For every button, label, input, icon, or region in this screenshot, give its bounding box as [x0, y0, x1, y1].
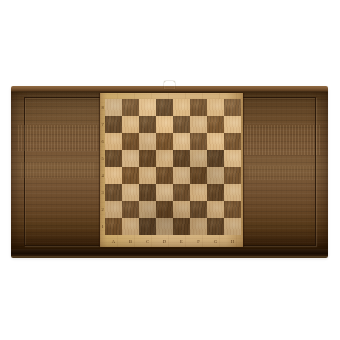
square-d7 — [156, 116, 173, 133]
square-e6 — [173, 133, 190, 150]
square-d8 — [156, 99, 173, 116]
square-c4 — [139, 167, 156, 184]
square-a7 — [105, 116, 122, 133]
brass-clasp-icon — [164, 81, 175, 89]
rank-label: 5 — [100, 151, 105, 166]
square-e3 — [173, 184, 190, 201]
square-b6 — [122, 133, 139, 150]
square-h7 — [224, 116, 241, 133]
file-label: F — [191, 237, 206, 246]
square-c7 — [139, 116, 156, 133]
square-f3 — [190, 184, 207, 201]
square-a4 — [105, 167, 122, 184]
chessboard-panel: 87654321 ABCDEFGH — [100, 93, 243, 247]
chess-board — [105, 99, 241, 235]
square-c2 — [139, 201, 156, 218]
square-f5 — [190, 150, 207, 167]
rank-label: 1 — [100, 219, 105, 234]
square-g3 — [207, 184, 224, 201]
square-g8 — [207, 99, 224, 116]
case-bottom-edge — [11, 249, 328, 258]
square-g6 — [207, 133, 224, 150]
square-a5 — [105, 150, 122, 167]
square-b8 — [122, 99, 139, 116]
square-d4 — [156, 167, 173, 184]
square-a8 — [105, 99, 122, 116]
square-b2 — [122, 201, 139, 218]
square-f4 — [190, 167, 207, 184]
square-e8 — [173, 99, 190, 116]
case-lid-face: 87654321 ABCDEFGH — [11, 92, 328, 249]
file-label: D — [157, 237, 172, 246]
square-h6 — [224, 133, 241, 150]
square-g7 — [207, 116, 224, 133]
square-b1 — [122, 218, 139, 235]
square-h5 — [224, 150, 241, 167]
square-d2 — [156, 201, 173, 218]
square-a6 — [105, 133, 122, 150]
square-a2 — [105, 201, 122, 218]
square-g1 — [207, 218, 224, 235]
square-d1 — [156, 218, 173, 235]
square-f8 — [190, 99, 207, 116]
square-b5 — [122, 150, 139, 167]
square-b7 — [122, 116, 139, 133]
square-c6 — [139, 133, 156, 150]
file-labels: ABCDEFGH — [105, 236, 241, 246]
square-d3 — [156, 184, 173, 201]
wooden-case: 87654321 ABCDEFGH — [11, 86, 328, 258]
wood-grain-scratches — [18, 125, 98, 151]
file-label: E — [174, 237, 189, 246]
square-b3 — [122, 184, 139, 201]
square-g2 — [207, 201, 224, 218]
square-h2 — [224, 201, 241, 218]
square-e5 — [173, 150, 190, 167]
square-h1 — [224, 218, 241, 235]
file-label: G — [208, 237, 223, 246]
square-e4 — [173, 167, 190, 184]
square-c8 — [139, 99, 156, 116]
square-d5 — [156, 150, 173, 167]
square-f6 — [190, 133, 207, 150]
file-label: H — [225, 237, 240, 246]
square-b4 — [122, 167, 139, 184]
wood-grain-scratches — [249, 166, 315, 180]
square-h4 — [224, 167, 241, 184]
square-g4 — [207, 167, 224, 184]
rank-label: 6 — [100, 134, 105, 149]
square-f2 — [190, 201, 207, 218]
wood-grain-scratches — [21, 162, 95, 178]
rank-label: 8 — [100, 100, 105, 115]
square-c3 — [139, 184, 156, 201]
square-d6 — [156, 133, 173, 150]
square-f7 — [190, 116, 207, 133]
square-g5 — [207, 150, 224, 167]
rank-label: 7 — [100, 117, 105, 132]
square-h3 — [224, 184, 241, 201]
rank-labels: 87654321 — [100, 99, 105, 235]
square-a3 — [105, 184, 122, 201]
square-e1 — [173, 218, 190, 235]
rank-label: 3 — [100, 185, 105, 200]
product-photo: 87654321 ABCDEFGH — [0, 0, 340, 340]
rank-label: 2 — [100, 202, 105, 217]
square-c1 — [139, 218, 156, 235]
file-label: C — [140, 237, 155, 246]
square-h8 — [224, 99, 241, 116]
square-e2 — [173, 201, 190, 218]
square-e7 — [173, 116, 190, 133]
wood-grain-scratches — [244, 125, 320, 155]
square-f1 — [190, 218, 207, 235]
file-label: A — [106, 237, 121, 246]
square-a1 — [105, 218, 122, 235]
file-label: B — [123, 237, 138, 246]
rank-label: 4 — [100, 168, 105, 183]
square-c5 — [139, 150, 156, 167]
